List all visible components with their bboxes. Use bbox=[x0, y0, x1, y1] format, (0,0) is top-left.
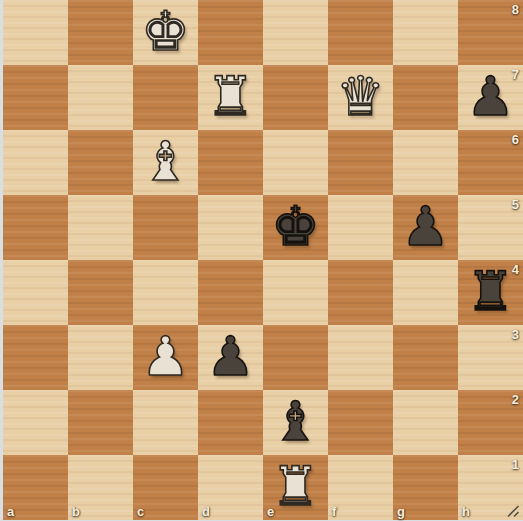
square-b1[interactable]: b bbox=[68, 455, 133, 520]
square-b5[interactable] bbox=[68, 195, 133, 260]
square-h2[interactable]: 2 bbox=[458, 390, 523, 455]
square-f5[interactable] bbox=[328, 195, 393, 260]
rank-label-6: 6 bbox=[512, 132, 519, 147]
square-a2[interactable] bbox=[3, 390, 68, 455]
square-a6[interactable] bbox=[3, 130, 68, 195]
square-h6[interactable]: 6 bbox=[458, 130, 523, 195]
square-h7[interactable]: ♟7 bbox=[458, 65, 523, 130]
square-g1[interactable]: g bbox=[393, 455, 458, 520]
square-b7[interactable] bbox=[68, 65, 133, 130]
square-e6[interactable] bbox=[263, 130, 328, 195]
rank-label-5: 5 bbox=[512, 197, 519, 212]
square-a1[interactable]: a bbox=[3, 455, 68, 520]
piece-white-pawn[interactable]: ♟ bbox=[133, 325, 198, 390]
piece-white-rook[interactable]: ♜ bbox=[198, 65, 263, 130]
square-g5[interactable]: ♟ bbox=[393, 195, 458, 260]
square-a4[interactable] bbox=[3, 260, 68, 325]
square-b3[interactable] bbox=[68, 325, 133, 390]
square-c6[interactable]: ♝ bbox=[133, 130, 198, 195]
square-d2[interactable] bbox=[198, 390, 263, 455]
square-d1[interactable]: d bbox=[198, 455, 263, 520]
square-c4[interactable] bbox=[133, 260, 198, 325]
piece-black-pawn[interactable]: ♟ bbox=[198, 325, 263, 390]
square-g7[interactable] bbox=[393, 65, 458, 130]
square-c5[interactable] bbox=[133, 195, 198, 260]
file-label-f: f bbox=[332, 504, 336, 519]
piece-black-pawn[interactable]: ♟ bbox=[458, 65, 523, 130]
square-f2[interactable] bbox=[328, 390, 393, 455]
square-f8[interactable] bbox=[328, 0, 393, 65]
square-d4[interactable] bbox=[198, 260, 263, 325]
square-c3[interactable]: ♟ bbox=[133, 325, 198, 390]
square-a7[interactable] bbox=[3, 65, 68, 130]
rank-label-1: 1 bbox=[512, 457, 519, 472]
square-b4[interactable] bbox=[68, 260, 133, 325]
piece-black-pawn[interactable]: ♟ bbox=[393, 195, 458, 260]
file-label-d: d bbox=[202, 504, 210, 519]
square-e3[interactable] bbox=[263, 325, 328, 390]
file-label-h: h bbox=[462, 504, 470, 519]
square-g2[interactable] bbox=[393, 390, 458, 455]
square-f3[interactable] bbox=[328, 325, 393, 390]
square-d3[interactable]: ♟ bbox=[198, 325, 263, 390]
chess-board: ♚8♜♛♟7♝6♚♟5♜4♟♟3♝2abcd♜efg1h bbox=[3, 0, 523, 520]
rank-label-2: 2 bbox=[512, 392, 519, 407]
square-b8[interactable] bbox=[68, 0, 133, 65]
square-c1[interactable]: c bbox=[133, 455, 198, 520]
chess-board-widget: ♚8♜♛♟7♝6♚♟5♜4♟♟3♝2abcd♜efg1h bbox=[0, 0, 523, 521]
square-c2[interactable] bbox=[133, 390, 198, 455]
square-f1[interactable]: f bbox=[328, 455, 393, 520]
file-label-b: b bbox=[72, 504, 80, 519]
rank-label-3: 3 bbox=[512, 327, 519, 342]
file-label-c: c bbox=[137, 504, 144, 519]
square-g6[interactable] bbox=[393, 130, 458, 195]
square-c7[interactable] bbox=[133, 65, 198, 130]
square-e7[interactable] bbox=[263, 65, 328, 130]
square-d6[interactable] bbox=[198, 130, 263, 195]
square-a5[interactable] bbox=[3, 195, 68, 260]
square-c8[interactable]: ♚ bbox=[133, 0, 198, 65]
square-g8[interactable] bbox=[393, 0, 458, 65]
square-f4[interactable] bbox=[328, 260, 393, 325]
square-h3[interactable]: 3 bbox=[458, 325, 523, 390]
piece-black-king[interactable]: ♚ bbox=[263, 195, 328, 260]
square-d8[interactable] bbox=[198, 0, 263, 65]
piece-black-rook[interactable]: ♜ bbox=[458, 260, 523, 325]
square-h5[interactable]: 5 bbox=[458, 195, 523, 260]
square-b2[interactable] bbox=[68, 390, 133, 455]
file-label-g: g bbox=[397, 504, 405, 519]
piece-black-bishop[interactable]: ♝ bbox=[263, 390, 328, 455]
resize-handle-icon[interactable] bbox=[505, 503, 520, 518]
square-d7[interactable]: ♜ bbox=[198, 65, 263, 130]
square-d5[interactable] bbox=[198, 195, 263, 260]
square-h4[interactable]: ♜4 bbox=[458, 260, 523, 325]
piece-white-rook[interactable]: ♜ bbox=[263, 455, 328, 520]
square-e1[interactable]: ♜e bbox=[263, 455, 328, 520]
square-e5[interactable]: ♚ bbox=[263, 195, 328, 260]
square-e4[interactable] bbox=[263, 260, 328, 325]
square-a3[interactable] bbox=[3, 325, 68, 390]
square-b6[interactable] bbox=[68, 130, 133, 195]
rank-label-8: 8 bbox=[512, 2, 519, 17]
square-e2[interactable]: ♝ bbox=[263, 390, 328, 455]
square-g4[interactable] bbox=[393, 260, 458, 325]
square-f7[interactable]: ♛ bbox=[328, 65, 393, 130]
file-label-a: a bbox=[7, 504, 14, 519]
piece-white-king[interactable]: ♚ bbox=[133, 0, 198, 65]
piece-white-queen[interactable]: ♛ bbox=[328, 65, 393, 130]
square-h8[interactable]: 8 bbox=[458, 0, 523, 65]
piece-white-bishop[interactable]: ♝ bbox=[133, 130, 198, 195]
square-e8[interactable] bbox=[263, 0, 328, 65]
square-g3[interactable] bbox=[393, 325, 458, 390]
square-a8[interactable] bbox=[3, 0, 68, 65]
square-f6[interactable] bbox=[328, 130, 393, 195]
